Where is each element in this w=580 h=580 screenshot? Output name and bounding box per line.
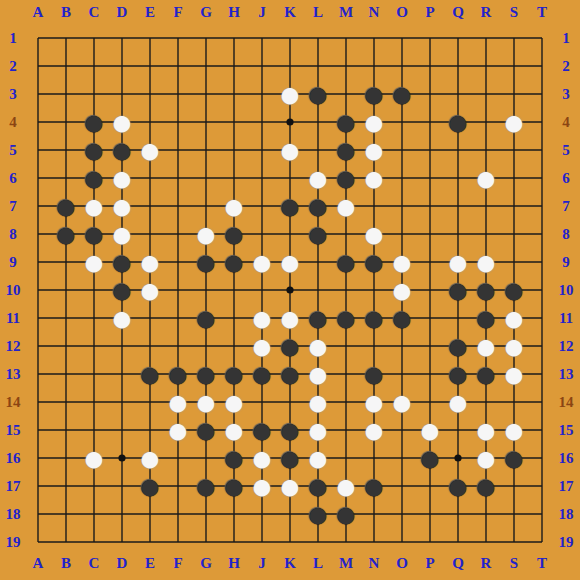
column-bottom-label-T: T [537, 555, 547, 572]
row-right-label-19: 19 [559, 534, 574, 551]
intersection-O15[interactable] [388, 416, 416, 444]
column-bottom-label-N: N [369, 555, 380, 572]
intersection-O6[interactable] [388, 164, 416, 192]
intersection-M9[interactable]: ● [332, 248, 360, 276]
row-right-label-4: 4 [562, 114, 570, 131]
intersection-N1[interactable] [360, 24, 388, 52]
intersection-G1[interactable] [192, 24, 220, 52]
column-top-label-A: A [33, 4, 44, 21]
intersection-T13[interactable] [528, 360, 556, 388]
intersection-B16[interactable] [52, 444, 80, 472]
intersection-S1[interactable] [500, 24, 528, 52]
intersection-J4[interactable] [248, 108, 276, 136]
intersection-T16[interactable] [528, 444, 556, 472]
intersection-F10[interactable] [164, 276, 192, 304]
intersection-O11[interactable]: ● [388, 304, 416, 332]
intersection-M14[interactable] [332, 388, 360, 416]
column-top-label-Q: Q [452, 4, 464, 21]
intersection-J1[interactable] [248, 24, 276, 52]
column-bottom-label-A: A [33, 555, 44, 572]
intersection-S13[interactable]: ● [500, 360, 528, 388]
intersection-M11[interactable]: ● [332, 304, 360, 332]
intersection-P9[interactable] [416, 248, 444, 276]
intersection-Q19[interactable] [444, 528, 472, 556]
intersection-Q5[interactable] [444, 136, 472, 164]
intersection-C10[interactable] [80, 276, 108, 304]
intersection-J19[interactable] [248, 528, 276, 556]
intersection-A16[interactable] [24, 444, 52, 472]
go-board: ●●●●●●●●●●●●●●●●●●●●●●●●●●●●●●●●●●●●●●●●… [0, 0, 580, 580]
intersection-D15[interactable] [108, 416, 136, 444]
intersection-R6[interactable]: ● [472, 164, 500, 192]
intersection-A19[interactable] [24, 528, 52, 556]
column-top-label-R: R [481, 4, 492, 21]
row-right-label-6: 6 [562, 170, 570, 187]
intersection-S18[interactable] [500, 500, 528, 528]
intersection-P17[interactable] [416, 472, 444, 500]
column-top-label-K: K [284, 4, 296, 21]
row-right-label-13: 13 [559, 366, 574, 383]
column-top-label-L: L [313, 4, 323, 21]
intersection-T15[interactable] [528, 416, 556, 444]
intersection-T12[interactable] [528, 332, 556, 360]
intersection-L1[interactable] [304, 24, 332, 52]
intersection-G4[interactable] [192, 108, 220, 136]
intersection-N17[interactable]: ● [360, 472, 388, 500]
intersection-M15[interactable] [332, 416, 360, 444]
intersection-M7[interactable]: ● [332, 192, 360, 220]
intersection-F8[interactable] [164, 220, 192, 248]
intersection-L8[interactable]: ● [304, 220, 332, 248]
row-right-label-10: 10 [559, 282, 574, 299]
intersection-R19[interactable] [472, 528, 500, 556]
intersection-D16[interactable] [108, 444, 136, 472]
intersection-N19[interactable] [360, 528, 388, 556]
intersection-G2[interactable] [192, 52, 220, 80]
intersection-A11[interactable] [24, 304, 52, 332]
intersection-K5[interactable]: ● [276, 136, 304, 164]
intersection-L4[interactable] [304, 108, 332, 136]
column-top-label-S: S [510, 4, 518, 21]
intersection-Q18[interactable] [444, 500, 472, 528]
intersection-G17[interactable]: ● [192, 472, 220, 500]
intersection-B15[interactable] [52, 416, 80, 444]
intersection-B10[interactable] [52, 276, 80, 304]
intersection-D18[interactable] [108, 500, 136, 528]
intersection-C13[interactable] [80, 360, 108, 388]
intersection-C17[interactable] [80, 472, 108, 500]
column-top-label-F: F [173, 4, 182, 21]
intersection-R13[interactable]: ● [472, 360, 500, 388]
intersection-A14[interactable] [24, 388, 52, 416]
row-right-label-9: 9 [562, 254, 570, 271]
intersection-B13[interactable] [52, 360, 80, 388]
column-bottom-label-C: C [89, 555, 100, 572]
intersection-G5[interactable] [192, 136, 220, 164]
intersection-F2[interactable] [164, 52, 192, 80]
intersection-E10[interactable]: ● [136, 276, 164, 304]
row-left-label-17: 17 [6, 478, 21, 495]
row-left-label-4: 4 [9, 114, 17, 131]
column-top-label-J: J [258, 4, 266, 21]
intersection-C2[interactable] [80, 52, 108, 80]
column-top-label-B: B [61, 4, 71, 21]
intersection-P4[interactable] [416, 108, 444, 136]
intersection-A17[interactable] [24, 472, 52, 500]
intersection-E13[interactable]: ● [136, 360, 164, 388]
intersection-E1[interactable] [136, 24, 164, 52]
intersection-A3[interactable] [24, 80, 52, 108]
intersection-D19[interactable] [108, 528, 136, 556]
intersection-A10[interactable] [24, 276, 52, 304]
intersection-M2[interactable] [332, 52, 360, 80]
intersection-H18[interactable] [220, 500, 248, 528]
intersection-P13[interactable] [416, 360, 444, 388]
intersection-N9[interactable]: ● [360, 248, 388, 276]
intersection-H11[interactable] [220, 304, 248, 332]
intersection-K3[interactable]: ● [276, 80, 304, 108]
intersection-B18[interactable] [52, 500, 80, 528]
intersection-T3[interactable] [528, 80, 556, 108]
row-left-label-5: 5 [9, 142, 17, 159]
intersection-K9[interactable]: ● [276, 248, 304, 276]
intersection-T18[interactable] [528, 500, 556, 528]
intersection-L9[interactable] [304, 248, 332, 276]
intersection-H9[interactable]: ● [220, 248, 248, 276]
intersection-O16[interactable] [388, 444, 416, 472]
intersection-E6[interactable] [136, 164, 164, 192]
intersection-T5[interactable] [528, 136, 556, 164]
row-right-label-12: 12 [559, 338, 574, 355]
intersection-K19[interactable] [276, 528, 304, 556]
column-top-label-M: M [339, 4, 353, 21]
intersection-K18[interactable] [276, 500, 304, 528]
intersection-O3[interactable]: ● [388, 80, 416, 108]
column-bottom-label-Q: Q [452, 555, 464, 572]
intersection-S6[interactable] [500, 164, 528, 192]
column-top-label-P: P [425, 4, 434, 21]
intersection-J13[interactable]: ● [248, 360, 276, 388]
intersection-N18[interactable] [360, 500, 388, 528]
intersection-J5[interactable] [248, 136, 276, 164]
intersection-J7[interactable] [248, 192, 276, 220]
intersection-G11[interactable]: ● [192, 304, 220, 332]
intersection-S8[interactable] [500, 220, 528, 248]
intersection-T11[interactable] [528, 304, 556, 332]
column-bottom-label-K: K [284, 555, 296, 572]
intersection-R2[interactable] [472, 52, 500, 80]
intersection-M18[interactable]: ● [332, 500, 360, 528]
intersection-B8[interactable]: ● [52, 220, 80, 248]
intersection-E19[interactable] [136, 528, 164, 556]
column-top-label-D: D [117, 4, 128, 21]
intersection-H3[interactable] [220, 80, 248, 108]
intersection-T17[interactable] [528, 472, 556, 500]
intersection-J2[interactable] [248, 52, 276, 80]
intersection-D11[interactable]: ● [108, 304, 136, 332]
intersection-D1[interactable] [108, 24, 136, 52]
column-bottom-label-G: G [200, 555, 212, 572]
intersection-A5[interactable] [24, 136, 52, 164]
row-left-label-10: 10 [6, 282, 21, 299]
intersection-B17[interactable] [52, 472, 80, 500]
row-left-label-7: 7 [9, 198, 17, 215]
intersection-P10[interactable] [416, 276, 444, 304]
intersection-A13[interactable] [24, 360, 52, 388]
intersection-S17[interactable] [500, 472, 528, 500]
intersection-Q14[interactable]: ● [444, 388, 472, 416]
column-top-label-O: O [396, 4, 408, 21]
intersection-G19[interactable] [192, 528, 220, 556]
intersection-F4[interactable] [164, 108, 192, 136]
intersection-Q2[interactable] [444, 52, 472, 80]
intersection-C19[interactable] [80, 528, 108, 556]
row-left-label-3: 3 [9, 86, 17, 103]
intersection-B2[interactable] [52, 52, 80, 80]
intersection-J9[interactable]: ● [248, 248, 276, 276]
intersection-N15[interactable]: ● [360, 416, 388, 444]
intersection-S19[interactable] [500, 528, 528, 556]
intersection-H1[interactable] [220, 24, 248, 52]
column-bottom-label-L: L [313, 555, 323, 572]
intersection-K1[interactable] [276, 24, 304, 52]
intersection-D14[interactable] [108, 388, 136, 416]
intersection-F6[interactable] [164, 164, 192, 192]
intersection-G15[interactable]: ● [192, 416, 220, 444]
intersection-K13[interactable]: ● [276, 360, 304, 388]
intersection-G18[interactable] [192, 500, 220, 528]
intersection-H17[interactable]: ● [220, 472, 248, 500]
intersection-A9[interactable] [24, 248, 52, 276]
intersection-O17[interactable] [388, 472, 416, 500]
intersection-F1[interactable] [164, 24, 192, 52]
intersection-B14[interactable] [52, 388, 80, 416]
intersection-Q10[interactable]: ● [444, 276, 472, 304]
column-bottom-label-F: F [173, 555, 182, 572]
intersection-E7[interactable] [136, 192, 164, 220]
intersection-E11[interactable] [136, 304, 164, 332]
intersection-L19[interactable] [304, 528, 332, 556]
intersection-S16[interactable]: ● [500, 444, 528, 472]
intersection-A4[interactable] [24, 108, 52, 136]
intersection-F7[interactable] [164, 192, 192, 220]
intersection-Q6[interactable] [444, 164, 472, 192]
intersection-D12[interactable] [108, 332, 136, 360]
intersection-A2[interactable] [24, 52, 52, 80]
intersection-S2[interactable] [500, 52, 528, 80]
column-bottom-label-H: H [228, 555, 240, 572]
intersection-F11[interactable] [164, 304, 192, 332]
column-top-label-H: H [228, 4, 240, 21]
intersection-C11[interactable] [80, 304, 108, 332]
intersection-S4[interactable]: ● [500, 108, 528, 136]
intersection-H2[interactable] [220, 52, 248, 80]
intersection-P1[interactable] [416, 24, 444, 52]
row-right-label-5: 5 [562, 142, 570, 159]
intersection-S7[interactable] [500, 192, 528, 220]
intersection-A1[interactable] [24, 24, 52, 52]
intersection-E18[interactable] [136, 500, 164, 528]
intersection-P3[interactable] [416, 80, 444, 108]
intersection-C14[interactable] [80, 388, 108, 416]
intersection-T14[interactable] [528, 388, 556, 416]
intersection-M1[interactable] [332, 24, 360, 52]
row-left-label-11: 11 [6, 310, 20, 327]
intersection-B19[interactable] [52, 528, 80, 556]
intersection-B4[interactable] [52, 108, 80, 136]
intersection-C12[interactable] [80, 332, 108, 360]
row-right-label-8: 8 [562, 226, 570, 243]
intersection-M12[interactable] [332, 332, 360, 360]
board-intersections: ●●●●●●●●●●●●●●●●●●●●●●●●●●●●●●●●●●●●●●●●… [24, 24, 556, 556]
intersection-P6[interactable] [416, 164, 444, 192]
intersection-O7[interactable] [388, 192, 416, 220]
intersection-Q15[interactable] [444, 416, 472, 444]
intersection-R18[interactable] [472, 500, 500, 528]
intersection-D13[interactable] [108, 360, 136, 388]
intersection-P11[interactable] [416, 304, 444, 332]
intersection-T2[interactable] [528, 52, 556, 80]
intersection-P16[interactable]: ● [416, 444, 444, 472]
intersection-G6[interactable] [192, 164, 220, 192]
row-left-label-12: 12 [6, 338, 21, 355]
intersection-Q4[interactable]: ● [444, 108, 472, 136]
intersection-F5[interactable] [164, 136, 192, 164]
intersection-D17[interactable] [108, 472, 136, 500]
row-right-label-16: 16 [559, 450, 574, 467]
intersection-E17[interactable]: ● [136, 472, 164, 500]
intersection-H5[interactable] [220, 136, 248, 164]
intersection-T1[interactable] [528, 24, 556, 52]
intersection-H10[interactable] [220, 276, 248, 304]
intersection-F9[interactable] [164, 248, 192, 276]
intersection-B5[interactable] [52, 136, 80, 164]
intersection-F17[interactable] [164, 472, 192, 500]
intersection-J18[interactable] [248, 500, 276, 528]
intersection-R4[interactable] [472, 108, 500, 136]
intersection-R3[interactable] [472, 80, 500, 108]
intersection-Q1[interactable] [444, 24, 472, 52]
intersection-E3[interactable] [136, 80, 164, 108]
intersection-L18[interactable]: ● [304, 500, 332, 528]
column-top-label-T: T [537, 4, 547, 21]
intersection-F19[interactable] [164, 528, 192, 556]
intersection-O14[interactable]: ● [388, 388, 416, 416]
intersection-C16[interactable]: ● [80, 444, 108, 472]
intersection-P18[interactable] [416, 500, 444, 528]
intersection-J6[interactable] [248, 164, 276, 192]
intersection-G3[interactable] [192, 80, 220, 108]
intersection-O12[interactable] [388, 332, 416, 360]
row-left-label-1: 1 [9, 30, 17, 47]
intersection-F3[interactable] [164, 80, 192, 108]
intersection-Q17[interactable]: ● [444, 472, 472, 500]
intersection-N11[interactable]: ● [360, 304, 388, 332]
intersection-F18[interactable] [164, 500, 192, 528]
column-top-label-G: G [200, 4, 212, 21]
intersection-F16[interactable] [164, 444, 192, 472]
row-right-label-2: 2 [562, 58, 570, 75]
intersection-O5[interactable] [388, 136, 416, 164]
row-left-label-16: 16 [6, 450, 21, 467]
intersection-T19[interactable] [528, 528, 556, 556]
intersection-J3[interactable] [248, 80, 276, 108]
intersection-R7[interactable] [472, 192, 500, 220]
intersection-K17[interactable]: ● [276, 472, 304, 500]
row-right-label-17: 17 [559, 478, 574, 495]
intersection-S5[interactable] [500, 136, 528, 164]
intersection-T8[interactable] [528, 220, 556, 248]
intersection-H19[interactable] [220, 528, 248, 556]
intersection-O1[interactable] [388, 24, 416, 52]
column-bottom-label-E: E [145, 555, 155, 572]
intersection-Q7[interactable] [444, 192, 472, 220]
intersection-C9[interactable]: ● [80, 248, 108, 276]
intersection-F15[interactable]: ● [164, 416, 192, 444]
intersection-P8[interactable] [416, 220, 444, 248]
row-left-label-15: 15 [6, 422, 21, 439]
intersection-P2[interactable] [416, 52, 444, 80]
intersection-B3[interactable] [52, 80, 80, 108]
intersection-A12[interactable] [24, 332, 52, 360]
intersection-C1[interactable] [80, 24, 108, 52]
intersection-T7[interactable] [528, 192, 556, 220]
intersection-R1[interactable] [472, 24, 500, 52]
column-bottom-label-M: M [339, 555, 353, 572]
row-left-label-18: 18 [6, 506, 21, 523]
intersection-B11[interactable] [52, 304, 80, 332]
intersection-L3[interactable]: ● [304, 80, 332, 108]
intersection-P12[interactable] [416, 332, 444, 360]
intersection-E14[interactable] [136, 388, 164, 416]
intersection-G9[interactable]: ● [192, 248, 220, 276]
intersection-N6[interactable]: ● [360, 164, 388, 192]
intersection-H4[interactable] [220, 108, 248, 136]
intersection-B12[interactable] [52, 332, 80, 360]
intersection-A6[interactable] [24, 164, 52, 192]
intersection-O4[interactable] [388, 108, 416, 136]
intersection-T6[interactable] [528, 164, 556, 192]
intersection-M13[interactable] [332, 360, 360, 388]
intersection-A7[interactable] [24, 192, 52, 220]
row-left-label-2: 2 [9, 58, 17, 75]
intersection-M19[interactable] [332, 528, 360, 556]
intersection-B1[interactable] [52, 24, 80, 52]
column-top-label-N: N [369, 4, 380, 21]
intersection-E5[interactable]: ● [136, 136, 164, 164]
intersection-P7[interactable] [416, 192, 444, 220]
intersection-E2[interactable] [136, 52, 164, 80]
intersection-C18[interactable] [80, 500, 108, 528]
intersection-D2[interactable] [108, 52, 136, 80]
intersection-T10[interactable] [528, 276, 556, 304]
intersection-K7[interactable]: ● [276, 192, 304, 220]
intersection-A15[interactable] [24, 416, 52, 444]
intersection-T4[interactable] [528, 108, 556, 136]
intersection-R17[interactable]: ● [472, 472, 500, 500]
intersection-J17[interactable]: ● [248, 472, 276, 500]
intersection-O18[interactable] [388, 500, 416, 528]
row-left-label-6: 6 [9, 170, 17, 187]
intersection-P5[interactable] [416, 136, 444, 164]
intersection-T9[interactable] [528, 248, 556, 276]
intersection-O19[interactable] [388, 528, 416, 556]
intersection-P19[interactable] [416, 528, 444, 556]
intersection-A18[interactable] [24, 500, 52, 528]
intersection-B9[interactable] [52, 248, 80, 276]
column-bottom-label-R: R [481, 555, 492, 572]
intersection-A8[interactable] [24, 220, 52, 248]
